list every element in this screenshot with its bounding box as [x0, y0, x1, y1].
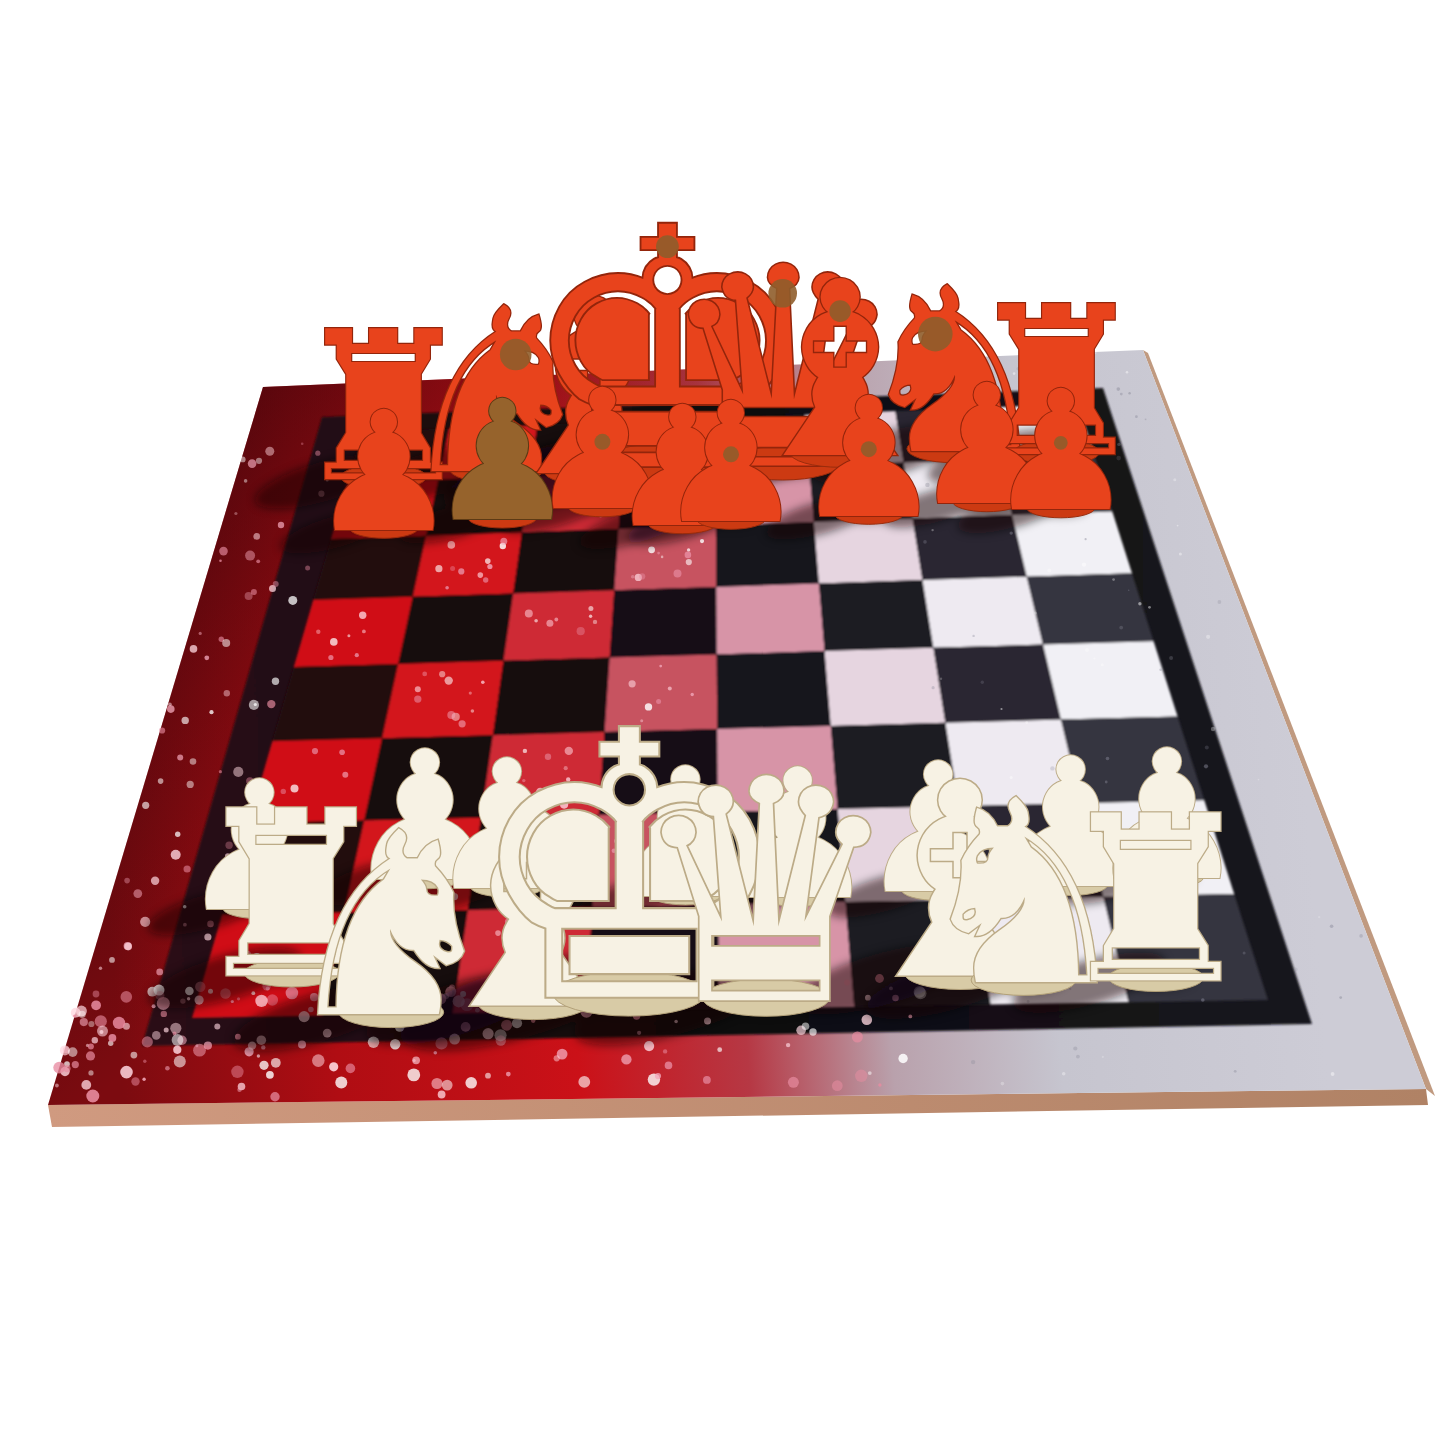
- red-pawn-e7: ♟: [657, 367, 806, 560]
- square-h5: [1027, 573, 1154, 644]
- white-rook-h1: ♜: [1053, 767, 1259, 1034]
- piece-glyph: ♜: [1053, 767, 1259, 1034]
- piece-glyph: ♟: [986, 355, 1135, 548]
- product-photo-stage: ♜♞♝♚♛♝♞♜♟♟♟♟♟♟♟♟♟♟♟♟♟♟♟♟♜♞♝♚♛♝♞♜: [0, 0, 1445, 1445]
- square-g4: [933, 645, 1061, 723]
- red-pawn-h7: ♟: [986, 355, 1135, 548]
- piece-glyph: ♟: [657, 367, 806, 560]
- square-a5: [294, 597, 413, 667]
- square-c5: [504, 590, 615, 661]
- square-g5: [923, 577, 1044, 648]
- bronze-accent: [829, 300, 851, 322]
- chess-board-photo: ♜♞♝♚♛♝♞♜♟♟♟♟♟♟♟♟♟♟♟♟♟♟♟♟♜♞♝♚♛♝♞♜: [0, 0, 1445, 1445]
- square-e5: [716, 584, 824, 655]
- square-f5: [819, 580, 933, 651]
- bronze-accent: [723, 446, 739, 462]
- bronze-accent: [861, 441, 877, 457]
- square-d5: [610, 587, 717, 658]
- bronze-accent: [1054, 436, 1068, 450]
- bronze-accent: [918, 317, 953, 352]
